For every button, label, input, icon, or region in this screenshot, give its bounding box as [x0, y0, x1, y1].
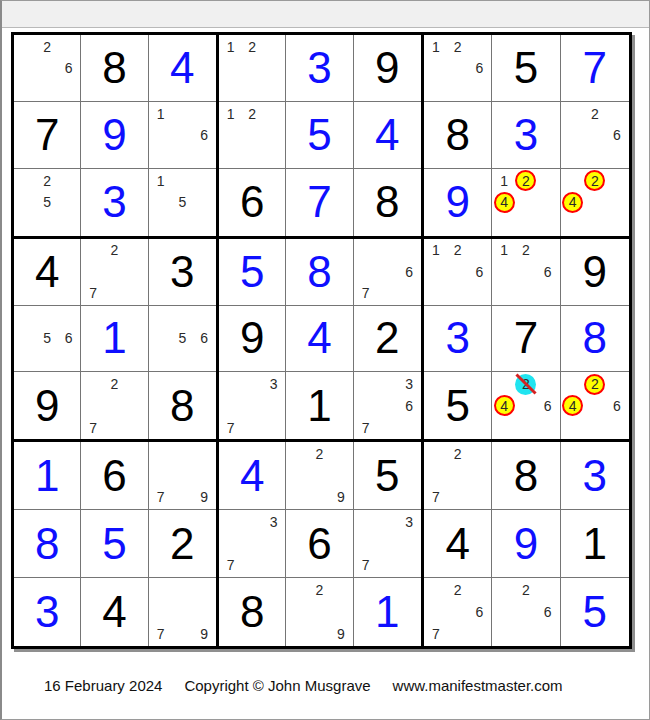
- cell-r7c3[interactable]: 79: [149, 442, 216, 510]
- candidate-7: 7: [355, 555, 376, 576]
- cell-r4c4[interactable]: 5: [219, 239, 286, 306]
- box-9: 2783491267265: [424, 442, 629, 646]
- cell-r1c6[interactable]: 9: [354, 35, 421, 102]
- cell-r7c8[interactable]: 8: [492, 442, 560, 510]
- candidate-6: 6: [194, 124, 215, 145]
- cell-r3c9[interactable]: 24: [561, 169, 629, 236]
- solved-digit: 1: [14, 442, 80, 509]
- solved-digit: 5: [561, 578, 629, 646]
- cell-r2c2[interactable]: 9: [81, 102, 148, 169]
- cell-r8c1[interactable]: 8: [14, 510, 81, 578]
- cell-r4c8[interactable]: 126: [492, 239, 560, 306]
- cell-r6c1[interactable]: 9: [14, 372, 81, 439]
- cell-r2c4[interactable]: 12: [219, 102, 286, 169]
- given-digit: 8: [219, 578, 285, 646]
- cell-r9c8[interactable]: 26: [492, 578, 560, 646]
- candidates: 126: [425, 36, 490, 100]
- candidate-5: 5: [37, 328, 58, 349]
- candidates: 12: [220, 36, 284, 100]
- cell-r2c3[interactable]: 16: [149, 102, 216, 169]
- cell-r3c4[interactable]: 6: [219, 169, 286, 236]
- candidate-3: 3: [399, 512, 420, 533]
- given-digit: 4: [424, 510, 491, 577]
- candidates: 29: [287, 443, 351, 508]
- candidates: 126: [425, 240, 490, 304]
- candidates: 79: [150, 443, 215, 508]
- candidate-7: 7: [150, 487, 171, 508]
- cell-r8c5[interactable]: 6: [286, 510, 353, 578]
- candidates: 67: [355, 240, 420, 304]
- solved-digit: 5: [81, 510, 147, 577]
- candidate-2: 2: [104, 240, 125, 261]
- candidates: 26: [493, 579, 558, 645]
- cell-r4c2[interactable]: 27: [81, 239, 148, 306]
- candidate-7: 7: [355, 282, 376, 303]
- given-digit: 4: [81, 578, 147, 646]
- cell-r7c4[interactable]: 4: [219, 442, 286, 510]
- given-digit: 8: [149, 372, 216, 439]
- cell-r4c7[interactable]: 126: [424, 239, 492, 306]
- cell-r3c8[interactable]: 124: [492, 169, 560, 236]
- cell-r5c6[interactable]: 2: [354, 306, 421, 373]
- solved-digit: 8: [14, 510, 80, 577]
- given-digit: 9: [354, 35, 421, 101]
- candidate-7: 7: [83, 282, 104, 303]
- candidate-9: 9: [330, 487, 351, 508]
- solved-digit: 3: [492, 102, 559, 168]
- candidate-6: 6: [537, 395, 558, 416]
- given-digit: 7: [492, 306, 559, 372]
- solved-digit: 9: [424, 169, 491, 236]
- cell-r3c6[interactable]: 8: [354, 169, 421, 236]
- given-digit: 2: [354, 306, 421, 372]
- given-digit: 2: [149, 510, 216, 577]
- solved-digit: 1: [81, 306, 147, 372]
- candidate-9: 9: [194, 487, 215, 508]
- candidate-7: 7: [150, 624, 171, 645]
- cell-r4c1[interactable]: 4: [14, 239, 81, 306]
- solved-digit: 8: [286, 239, 352, 305]
- candidate-6: 6: [58, 328, 79, 349]
- candidates: 27: [425, 443, 490, 508]
- candidates: 79: [150, 579, 215, 645]
- box-2: 12391254678: [219, 35, 424, 239]
- footer-website: www.manifestmaster.com: [393, 677, 563, 694]
- cell-r4c3[interactable]: 3: [149, 239, 216, 306]
- candidate-7: 7: [83, 417, 104, 438]
- candidate-6: 6: [606, 395, 627, 416]
- cell-r6c8[interactable]: 246: [492, 372, 560, 439]
- cell-r9c2[interactable]: 4: [81, 578, 148, 646]
- candidates: 37: [220, 373, 284, 438]
- given-digit: 6: [219, 169, 285, 236]
- solved-digit: 7: [286, 169, 352, 236]
- candidate-2-highlighted: 2: [584, 170, 605, 191]
- given-digit: 6: [81, 442, 147, 509]
- cell-r1c3[interactable]: 4: [149, 35, 216, 102]
- cell-r1c4[interactable]: 12: [219, 35, 286, 102]
- candidate-6: 6: [606, 124, 627, 145]
- candidates: 246: [493, 373, 558, 438]
- solved-digit: 4: [286, 306, 352, 372]
- candidate-2: 2: [37, 170, 58, 191]
- candidate-2-highlighted: 2: [515, 170, 536, 191]
- candidate-2: 2: [584, 103, 605, 124]
- candidate-2: 2: [515, 580, 536, 601]
- candidate-2-eliminated: 2: [515, 374, 536, 395]
- cell-r5c7[interactable]: 3: [424, 306, 492, 373]
- cell-r6c4[interactable]: 37: [219, 372, 286, 439]
- given-digit: 8: [492, 442, 559, 509]
- candidate-5: 5: [172, 192, 193, 213]
- cell-r5c2[interactable]: 1: [81, 306, 148, 373]
- candidate-2: 2: [37, 36, 58, 57]
- cell-r7c7[interactable]: 27: [424, 442, 492, 510]
- candidate-7: 7: [425, 487, 446, 508]
- solved-digit: 3: [14, 578, 80, 646]
- candidate-6: 6: [469, 261, 490, 282]
- candidates: 29: [287, 579, 351, 645]
- given-digit: 4: [14, 239, 80, 305]
- candidates: 25: [15, 170, 79, 235]
- cell-r7c2[interactable]: 6: [81, 442, 148, 510]
- cell-r2c1[interactable]: 7: [14, 102, 81, 169]
- box-4: 4273561569278: [14, 239, 219, 443]
- cell-r6c2[interactable]: 27: [81, 372, 148, 439]
- solved-digit: 4: [354, 102, 421, 168]
- candidates: 246: [562, 373, 628, 438]
- cell-r7c5[interactable]: 29: [286, 442, 353, 510]
- box-6: 12612693785246246: [424, 239, 629, 443]
- candidate-1: 1: [425, 240, 446, 261]
- cell-r8c6[interactable]: 37: [354, 510, 421, 578]
- candidate-2-highlighted: 2: [584, 374, 605, 395]
- cell-r8c4[interactable]: 37: [219, 510, 286, 578]
- candidates: 37: [355, 511, 420, 576]
- candidate-3: 3: [263, 374, 284, 395]
- cell-r1c8[interactable]: 5: [492, 35, 560, 102]
- candidate-6: 6: [399, 395, 420, 416]
- candidate-2: 2: [447, 580, 468, 601]
- cell-r7c1[interactable]: 1: [14, 442, 81, 510]
- given-digit: 3: [149, 239, 216, 305]
- cell-r1c9[interactable]: 7: [561, 35, 629, 102]
- box-8: 4295376378291: [219, 442, 424, 646]
- candidates: 26: [562, 103, 628, 167]
- solved-digit: 3: [286, 35, 352, 101]
- cell-r2c6[interactable]: 4: [354, 102, 421, 169]
- candidate-2: 2: [447, 444, 468, 465]
- cell-r7c6[interactable]: 5: [354, 442, 421, 510]
- cell-r3c3[interactable]: 15: [149, 169, 216, 236]
- cell-r6c9[interactable]: 246: [561, 372, 629, 439]
- sudoku-board: 2684791625315123912546781265783269124244…: [11, 32, 632, 649]
- candidate-7: 7: [220, 555, 241, 576]
- given-digit: 8: [81, 35, 147, 101]
- cell-r3c1[interactable]: 25: [14, 169, 81, 236]
- cell-r9c1[interactable]: 3: [14, 578, 81, 646]
- cell-r2c9[interactable]: 26: [561, 102, 629, 169]
- candidate-2: 2: [309, 580, 330, 601]
- box-1: 2684791625315: [14, 35, 219, 239]
- candidate-5: 5: [37, 192, 58, 213]
- candidate-7: 7: [220, 417, 241, 438]
- candidates: 12: [220, 103, 284, 167]
- cell-r5c1[interactable]: 56: [14, 306, 81, 373]
- given-digit: 9: [14, 372, 80, 439]
- candidate-4-highlighted: 4: [562, 395, 583, 416]
- candidate-6: 6: [469, 602, 490, 623]
- cell-r9c7[interactable]: 267: [424, 578, 492, 646]
- solved-digit: 7: [561, 35, 629, 101]
- candidate-2: 2: [447, 240, 468, 261]
- box-3: 126578326912424: [424, 35, 629, 239]
- candidate-2: 2: [242, 36, 263, 57]
- cell-r5c3[interactable]: 56: [149, 306, 216, 373]
- candidate-6: 6: [58, 57, 79, 78]
- cell-r9c5[interactable]: 29: [286, 578, 353, 646]
- candidate-7: 7: [425, 624, 446, 645]
- cell-r8c8[interactable]: 9: [492, 510, 560, 578]
- given-digit: 8: [424, 102, 491, 168]
- cell-r1c7[interactable]: 126: [424, 35, 492, 102]
- cell-r9c4[interactable]: 8: [219, 578, 286, 646]
- given-digit: 6: [286, 510, 352, 577]
- candidate-9: 9: [330, 624, 351, 645]
- candidates: 367: [355, 373, 420, 438]
- given-digit: 5: [424, 372, 491, 439]
- candidate-2: 2: [242, 103, 263, 124]
- candidates: 26: [15, 36, 79, 100]
- cell-r8c9[interactable]: 1: [561, 510, 629, 578]
- cell-r9c9[interactable]: 5: [561, 578, 629, 646]
- candidate-6: 6: [469, 57, 490, 78]
- box-7: 16798523479: [14, 442, 219, 646]
- cell-r4c9[interactable]: 9: [561, 239, 629, 306]
- cell-r8c7[interactable]: 4: [424, 510, 492, 578]
- cell-r1c5[interactable]: 3: [286, 35, 353, 102]
- candidate-2: 2: [309, 444, 330, 465]
- cell-r6c3[interactable]: 8: [149, 372, 216, 439]
- cell-r8c3[interactable]: 2: [149, 510, 216, 578]
- candidate-4-highlighted: 4: [562, 192, 583, 213]
- cell-r5c8[interactable]: 7: [492, 306, 560, 373]
- given-digit: 5: [492, 35, 559, 101]
- box-5: 5867942371367: [219, 239, 424, 443]
- candidates: 126: [493, 240, 558, 304]
- cell-r9c6[interactable]: 1: [354, 578, 421, 646]
- cell-r4c6[interactable]: 67: [354, 239, 421, 306]
- candidate-6: 6: [194, 328, 215, 349]
- solved-digit: 9: [81, 102, 147, 168]
- cell-r6c5[interactable]: 1: [286, 372, 353, 439]
- cell-r3c5[interactable]: 7: [286, 169, 353, 236]
- cell-r1c2[interactable]: 8: [81, 35, 148, 102]
- solved-digit: 3: [81, 169, 147, 236]
- window-top-bar: [2, 1, 649, 28]
- solved-digit: 4: [149, 35, 216, 101]
- given-digit: 5: [354, 442, 421, 509]
- footer-copyright: Copyright © John Musgrave: [184, 677, 370, 694]
- candidates: 267: [425, 579, 490, 645]
- candidate-5: 5: [172, 328, 193, 349]
- solved-digit: 5: [286, 102, 352, 168]
- given-digit: 8: [354, 169, 421, 236]
- candidate-2: 2: [515, 240, 536, 261]
- cell-r6c7[interactable]: 5: [424, 372, 492, 439]
- candidates: 27: [82, 240, 146, 304]
- cell-r4c5[interactable]: 8: [286, 239, 353, 306]
- candidate-1: 1: [150, 170, 171, 191]
- cell-r5c5[interactable]: 4: [286, 306, 353, 373]
- solved-digit: 3: [561, 442, 629, 509]
- candidate-3: 3: [263, 512, 284, 533]
- given-digit: 1: [561, 510, 629, 577]
- candidate-9: 9: [194, 624, 215, 645]
- solved-digit: 4: [219, 442, 285, 509]
- candidates: 56: [150, 307, 215, 371]
- candidates: 24: [562, 170, 628, 235]
- given-digit: 9: [219, 306, 285, 372]
- candidate-4-highlighted: 4: [494, 395, 515, 416]
- candidate-2: 2: [447, 36, 468, 57]
- cell-r3c2[interactable]: 3: [81, 169, 148, 236]
- given-digit: 9: [561, 239, 629, 305]
- solved-digit: 3: [424, 306, 491, 372]
- candidates: 56: [15, 307, 79, 371]
- cell-r1c1[interactable]: 26: [14, 35, 81, 102]
- candidate-1: 1: [220, 36, 241, 57]
- candidates: 37: [220, 511, 284, 576]
- solved-digit: 5: [219, 239, 285, 305]
- candidates: 15: [150, 170, 215, 235]
- candidate-1: 1: [425, 36, 446, 57]
- candidate-4-highlighted: 4: [494, 192, 515, 213]
- candidate-7: 7: [355, 417, 376, 438]
- cell-r7c9[interactable]: 3: [561, 442, 629, 510]
- solved-digit: 9: [492, 510, 559, 577]
- cell-r2c7[interactable]: 8: [424, 102, 492, 169]
- cell-r2c8[interactable]: 3: [492, 102, 560, 169]
- candidate-1: 1: [494, 170, 515, 191]
- candidates: 124: [493, 170, 558, 235]
- candidate-6: 6: [537, 261, 558, 282]
- given-digit: 1: [286, 372, 352, 439]
- candidate-1: 1: [220, 103, 241, 124]
- candidate-1: 1: [150, 103, 171, 124]
- footer-date: 16 February 2024: [44, 677, 162, 694]
- cell-r9c3[interactable]: 79: [149, 578, 216, 646]
- candidates: 27: [82, 373, 146, 438]
- given-digit: 7: [14, 102, 80, 168]
- candidate-1: 1: [494, 240, 515, 261]
- candidate-3: 3: [399, 374, 420, 395]
- candidates: 16: [150, 103, 215, 167]
- footer: 16 February 2024 Copyright © John Musgra…: [44, 677, 563, 694]
- cell-r3c7[interactable]: 9: [424, 169, 492, 236]
- candidate-2: 2: [104, 374, 125, 395]
- cell-r5c9[interactable]: 8: [561, 306, 629, 373]
- candidate-6: 6: [399, 261, 420, 282]
- solved-digit: 1: [354, 578, 421, 646]
- cell-r8c2[interactable]: 5: [81, 510, 148, 578]
- cell-r5c4[interactable]: 9: [219, 306, 286, 373]
- solved-digit: 8: [561, 306, 629, 372]
- cell-r6c6[interactable]: 367: [354, 372, 421, 439]
- cell-r2c5[interactable]: 5: [286, 102, 353, 169]
- candidate-6: 6: [537, 602, 558, 623]
